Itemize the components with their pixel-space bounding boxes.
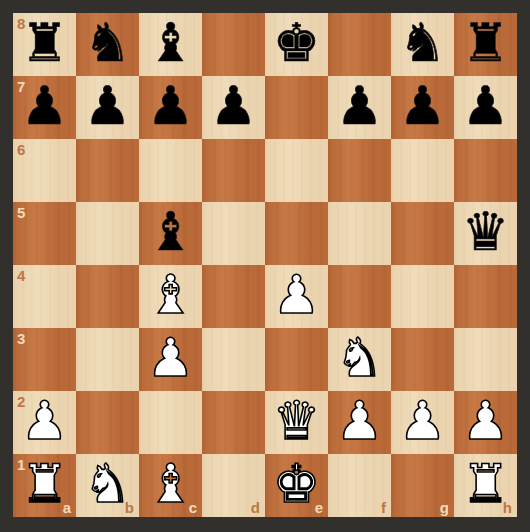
square-a4[interactable]: 4 — [13, 265, 76, 328]
square-c8[interactable]: ♝ — [139, 13, 202, 76]
piece-white-bishop[interactable]: ♝ — [147, 452, 195, 515]
square-e4[interactable]: ♟ — [265, 265, 328, 328]
square-h3[interactable] — [454, 328, 517, 391]
piece-white-rook[interactable]: ♜ — [462, 452, 510, 515]
square-b2[interactable] — [76, 391, 139, 454]
square-b5[interactable] — [76, 202, 139, 265]
board-frame: 8♜♞♝♚♞♜7♟♟♟♟♟♟♟65♝♛4♝♟3♟♞2♟♛♟♟♟1a♜b♞c♝de… — [0, 0, 530, 532]
piece-black-pawn[interactable]: ♟ — [84, 74, 132, 137]
square-c5[interactable]: ♝ — [139, 202, 202, 265]
square-d7[interactable]: ♟ — [202, 76, 265, 139]
square-a2[interactable]: 2♟ — [13, 391, 76, 454]
square-b8[interactable]: ♞ — [76, 13, 139, 76]
file-label-d: d — [251, 500, 260, 515]
square-h8[interactable]: ♜ — [454, 13, 517, 76]
piece-white-pawn[interactable]: ♟ — [462, 389, 510, 452]
piece-white-pawn[interactable]: ♟ — [21, 389, 69, 452]
piece-white-knight[interactable]: ♞ — [84, 452, 132, 515]
piece-black-rook[interactable]: ♜ — [21, 11, 69, 74]
square-f2[interactable]: ♟ — [328, 391, 391, 454]
square-f8[interactable] — [328, 13, 391, 76]
square-g1[interactable]: g — [391, 454, 454, 517]
rank-label-6: 6 — [17, 142, 25, 157]
piece-white-pawn[interactable]: ♟ — [336, 389, 384, 452]
square-a3[interactable]: 3 — [13, 328, 76, 391]
square-b4[interactable] — [76, 265, 139, 328]
square-f4[interactable] — [328, 265, 391, 328]
square-f5[interactable] — [328, 202, 391, 265]
square-b3[interactable] — [76, 328, 139, 391]
square-c6[interactable] — [139, 139, 202, 202]
square-e5[interactable] — [265, 202, 328, 265]
square-d1[interactable]: d — [202, 454, 265, 517]
square-e1[interactable]: e♚ — [265, 454, 328, 517]
square-h2[interactable]: ♟ — [454, 391, 517, 454]
square-h5[interactable]: ♛ — [454, 202, 517, 265]
square-e8[interactable]: ♚ — [265, 13, 328, 76]
piece-black-knight[interactable]: ♞ — [84, 11, 132, 74]
square-a7[interactable]: 7♟ — [13, 76, 76, 139]
piece-black-pawn[interactable]: ♟ — [399, 74, 447, 137]
square-g6[interactable] — [391, 139, 454, 202]
square-a8[interactable]: 8♜ — [13, 13, 76, 76]
square-d3[interactable] — [202, 328, 265, 391]
square-h7[interactable]: ♟ — [454, 76, 517, 139]
piece-white-pawn[interactable]: ♟ — [147, 326, 195, 389]
square-f3[interactable]: ♞ — [328, 328, 391, 391]
square-e3[interactable] — [265, 328, 328, 391]
square-d8[interactable] — [202, 13, 265, 76]
square-f1[interactable]: f — [328, 454, 391, 517]
piece-black-pawn[interactable]: ♟ — [210, 74, 258, 137]
file-label-f: f — [381, 500, 386, 515]
piece-white-rook[interactable]: ♜ — [21, 452, 69, 515]
piece-white-bishop[interactable]: ♝ — [147, 263, 195, 326]
piece-black-pawn[interactable]: ♟ — [462, 74, 510, 137]
square-g5[interactable] — [391, 202, 454, 265]
rank-label-3: 3 — [17, 331, 25, 346]
square-d4[interactable] — [202, 265, 265, 328]
square-c7[interactable]: ♟ — [139, 76, 202, 139]
square-f6[interactable] — [328, 139, 391, 202]
piece-black-knight[interactable]: ♞ — [399, 11, 447, 74]
piece-black-bishop[interactable]: ♝ — [147, 11, 195, 74]
square-b6[interactable] — [76, 139, 139, 202]
piece-black-bishop[interactable]: ♝ — [147, 200, 195, 263]
square-b1[interactable]: b♞ — [76, 454, 139, 517]
piece-black-king[interactable]: ♚ — [273, 11, 321, 74]
square-h6[interactable] — [454, 139, 517, 202]
square-a5[interactable]: 5 — [13, 202, 76, 265]
piece-white-queen[interactable]: ♛ — [273, 389, 321, 452]
square-h4[interactable] — [454, 265, 517, 328]
square-d5[interactable] — [202, 202, 265, 265]
piece-black-queen[interactable]: ♛ — [462, 200, 510, 263]
piece-white-pawn[interactable]: ♟ — [399, 389, 447, 452]
rank-label-5: 5 — [17, 205, 25, 220]
chess-board: 8♜♞♝♚♞♜7♟♟♟♟♟♟♟65♝♛4♝♟3♟♞2♟♛♟♟♟1a♜b♞c♝de… — [13, 13, 517, 517]
square-e2[interactable]: ♛ — [265, 391, 328, 454]
piece-white-knight[interactable]: ♞ — [336, 326, 384, 389]
square-g3[interactable] — [391, 328, 454, 391]
piece-black-rook[interactable]: ♜ — [462, 11, 510, 74]
piece-white-pawn[interactable]: ♟ — [273, 263, 321, 326]
rank-label-4: 4 — [17, 268, 25, 283]
square-g8[interactable]: ♞ — [391, 13, 454, 76]
square-g4[interactable] — [391, 265, 454, 328]
square-d2[interactable] — [202, 391, 265, 454]
square-b7[interactable]: ♟ — [76, 76, 139, 139]
piece-white-king[interactable]: ♚ — [273, 452, 321, 515]
square-c3[interactable]: ♟ — [139, 328, 202, 391]
square-g2[interactable]: ♟ — [391, 391, 454, 454]
square-g7[interactable]: ♟ — [391, 76, 454, 139]
square-e6[interactable] — [265, 139, 328, 202]
square-d6[interactable] — [202, 139, 265, 202]
square-a6[interactable]: 6 — [13, 139, 76, 202]
square-c1[interactable]: c♝ — [139, 454, 202, 517]
square-f7[interactable]: ♟ — [328, 76, 391, 139]
square-e7[interactable] — [265, 76, 328, 139]
piece-black-pawn[interactable]: ♟ — [336, 74, 384, 137]
square-a1[interactable]: 1a♜ — [13, 454, 76, 517]
square-h1[interactable]: h♜ — [454, 454, 517, 517]
piece-black-pawn[interactable]: ♟ — [21, 74, 69, 137]
piece-black-pawn[interactable]: ♟ — [147, 74, 195, 137]
square-c2[interactable] — [139, 391, 202, 454]
file-label-g: g — [440, 500, 449, 515]
square-c4[interactable]: ♝ — [139, 265, 202, 328]
